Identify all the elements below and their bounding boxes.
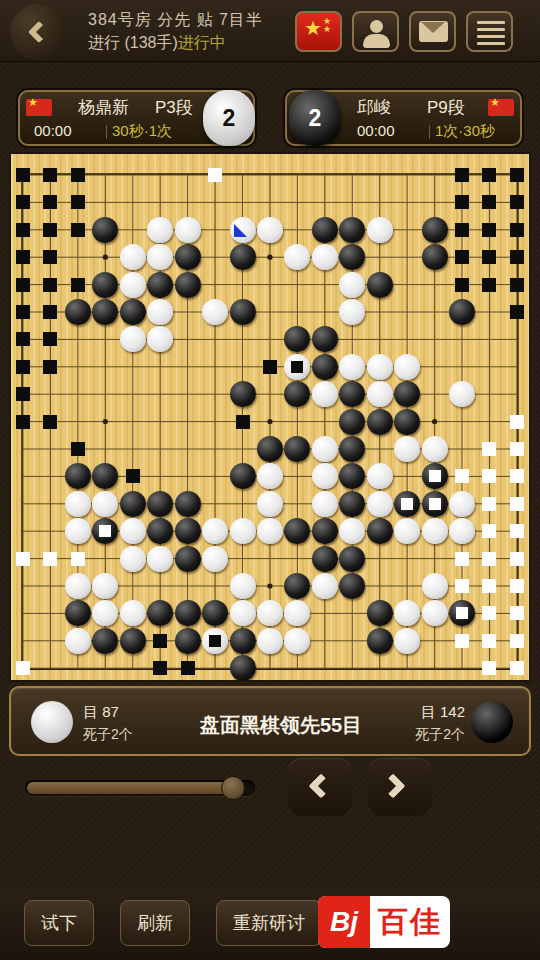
black-territory-marker [16, 250, 30, 264]
white-territory-marker [455, 634, 469, 648]
black-stone [230, 299, 256, 325]
white-stone [312, 491, 338, 517]
black-territory-marker [71, 278, 85, 292]
black-stone [422, 244, 448, 270]
black-territory-marker [482, 195, 496, 209]
white-stone [257, 518, 283, 544]
black-territory-marker [71, 168, 85, 182]
dead-stone-marker [456, 607, 468, 619]
black-territory-marker [43, 278, 57, 292]
white-stone [367, 491, 393, 517]
white-territory-marker [71, 552, 85, 566]
white-territory-marker [482, 497, 496, 511]
black-territory-marker [16, 278, 30, 292]
white-stone [449, 491, 475, 517]
white-stone [422, 436, 448, 462]
black-stone [367, 600, 393, 626]
black-territory-marker [153, 661, 167, 675]
try-move-button[interactable]: 试下 [24, 900, 94, 946]
black-stone [422, 217, 448, 243]
logo-word: 百佳 [370, 896, 450, 948]
black-territory-marker [455, 195, 469, 209]
black-player-rank: P9段 [427, 96, 465, 119]
white-territory-marker [510, 552, 524, 566]
white-territory-marker [482, 579, 496, 593]
prev-move-button[interactable] [288, 758, 352, 816]
black-territory-marker [43, 223, 57, 237]
black-territory-marker [510, 305, 524, 319]
black-stone [147, 272, 173, 298]
white-territory-marker [510, 442, 524, 456]
white-stone [367, 217, 393, 243]
white-territory-marker [482, 606, 496, 620]
move-navigation [0, 758, 540, 818]
black-territory-marker [510, 250, 524, 264]
black-territory-marker [16, 305, 30, 319]
black-stone [175, 518, 201, 544]
white-territory-marker [482, 661, 496, 675]
black-capture-badge: 2 [289, 90, 341, 146]
go-board[interactable] [9, 152, 531, 682]
black-territory-marker [482, 223, 496, 237]
black-stone [230, 381, 256, 407]
black-stone [339, 491, 365, 517]
black-stone [147, 491, 173, 517]
white-territory-marker [16, 552, 30, 566]
black-stone [339, 546, 365, 572]
white-territory-marker [510, 415, 524, 429]
black-stone-icon [471, 701, 513, 743]
black-player-time: 00:00 [357, 122, 395, 139]
black-territory-marker [71, 223, 85, 237]
white-stone [120, 326, 146, 352]
menu-icon [477, 21, 505, 49]
white-stone [339, 272, 365, 298]
room-title-block: 384号房 分先 贴 7目半 进行 (138手)进行中 [88, 8, 263, 54]
flag-button[interactable]: ★ ★★ [295, 11, 342, 52]
black-territory-marker [181, 661, 195, 675]
room-title: 384号房 分先 贴 7目半 [88, 8, 263, 31]
black-stone [120, 628, 146, 654]
refresh-button[interactable]: 刷新 [120, 900, 190, 946]
black-territory-marker [455, 278, 469, 292]
black-stone [367, 409, 393, 435]
white-stone [394, 628, 420, 654]
white-stone [202, 628, 228, 654]
white-stone [257, 491, 283, 517]
white-stone [312, 381, 338, 407]
black-territory-marker [16, 387, 30, 401]
white-stone-icon [31, 701, 73, 743]
white-player-flag-icon: ★ [26, 99, 52, 116]
black-stone [312, 217, 338, 243]
player-panel-white: ★ 杨鼎新 P3段 00:00 30秒·1次 2 [18, 90, 255, 146]
white-stone [230, 217, 256, 243]
white-territory-marker [482, 442, 496, 456]
black-dead-count: 死子2个 [399, 723, 465, 746]
back-icon [28, 21, 51, 44]
black-stone [367, 628, 393, 654]
top-bar: 384号房 分先 贴 7目半 进行 (138手)进行中 ★ ★★ [0, 0, 540, 62]
white-stone [230, 600, 256, 626]
black-territory-marker [16, 195, 30, 209]
black-stone [339, 217, 365, 243]
black-stone [120, 299, 146, 325]
white-stone [120, 272, 146, 298]
dead-stone-marker [429, 498, 441, 510]
white-stone [312, 573, 338, 599]
white-territory-marker [43, 552, 57, 566]
black-territory-marker [43, 250, 57, 264]
white-stone [120, 600, 146, 626]
white-player-rank: P3段 [155, 96, 193, 119]
black-territory-marker [43, 195, 57, 209]
white-stone [175, 217, 201, 243]
status-live: 进行中 [178, 34, 226, 51]
dead-stone-marker [401, 498, 413, 510]
black-stone [175, 546, 201, 572]
black-stone [312, 518, 338, 544]
black-stone [230, 655, 256, 681]
black-territory-marker [16, 223, 30, 237]
black-territory-marker [510, 278, 524, 292]
dead-stone-marker [291, 361, 303, 373]
white-territory-marker [455, 579, 469, 593]
black-player-name: 邱峻 [357, 96, 391, 119]
black-territory-marker [236, 415, 250, 429]
black-stone [175, 600, 201, 626]
white-stone [120, 518, 146, 544]
prev-icon [308, 773, 333, 798]
avatar-icon [370, 20, 383, 33]
black-territory-marker [43, 415, 57, 429]
white-territory-marker [510, 469, 524, 483]
white-stone [202, 299, 228, 325]
white-territory-marker [482, 524, 496, 538]
black-stone [230, 628, 256, 654]
menu-button[interactable] [466, 11, 513, 52]
black-territory-marker [455, 168, 469, 182]
black-stone [230, 244, 256, 270]
next-icon [380, 773, 405, 798]
white-stone [230, 518, 256, 544]
black-stone [422, 463, 448, 489]
white-stone [65, 628, 91, 654]
white-territory-marker [510, 524, 524, 538]
white-stone [65, 573, 91, 599]
black-stone [394, 409, 420, 435]
dead-stone-marker [429, 470, 441, 482]
last-move-triangle-icon [234, 224, 247, 237]
white-stone [339, 354, 365, 380]
black-stone [312, 546, 338, 572]
black-points: 目 142 [399, 700, 465, 723]
white-stone [147, 217, 173, 243]
white-stone [92, 491, 118, 517]
score-summary: 盘面黑棋领先55目 [121, 712, 441, 739]
white-stone [230, 573, 256, 599]
black-territory-marker [43, 168, 57, 182]
baijia-logo: Bj 百佳 [318, 896, 450, 948]
white-stone [65, 518, 91, 544]
white-territory-marker [455, 469, 469, 483]
white-player-byoyomi: 30秒·1次 [112, 122, 172, 141]
dead-stone-marker [209, 635, 221, 647]
black-stone [367, 518, 393, 544]
white-stone [284, 354, 310, 380]
white-stone [422, 600, 448, 626]
white-stone [147, 546, 173, 572]
white-stone [394, 354, 420, 380]
black-territory-marker [43, 305, 57, 319]
black-stone [65, 299, 91, 325]
black-territory-marker [43, 360, 57, 374]
white-stone [394, 436, 420, 462]
white-territory-marker [510, 579, 524, 593]
black-stone [230, 463, 256, 489]
white-stone [257, 628, 283, 654]
black-territory-marker [16, 360, 30, 374]
black-stone [92, 217, 118, 243]
black-territory-marker [510, 223, 524, 237]
black-player-byoyomi: 1次·30秒 [435, 122, 495, 141]
black-territory-marker [43, 332, 57, 346]
black-territory-marker [153, 634, 167, 648]
black-territory-marker [482, 250, 496, 264]
white-stone [120, 244, 146, 270]
black-territory-marker [16, 168, 30, 182]
black-territory-marker [71, 442, 85, 456]
mail-icon [419, 21, 448, 42]
mail-button[interactable] [409, 11, 456, 52]
player-panel-black: 邱峻 P9段 ★ 00:00 1次·30秒 2 [285, 90, 522, 146]
white-player-time: 00:00 [34, 122, 72, 139]
white-stone [147, 299, 173, 325]
black-stone [257, 436, 283, 462]
profile-button[interactable] [352, 11, 399, 52]
black-territory-marker [455, 250, 469, 264]
move-slider[interactable] [25, 780, 255, 796]
logo-mark: Bj [318, 896, 370, 948]
white-territory-marker [482, 469, 496, 483]
black-territory-marker [510, 168, 524, 182]
review-button[interactable]: 重新研讨 [216, 900, 322, 946]
black-stone [422, 491, 448, 517]
next-move-button[interactable] [368, 758, 432, 816]
white-territory-marker [510, 661, 524, 675]
black-player-flag-icon: ★ [488, 99, 514, 116]
black-stone [175, 244, 201, 270]
black-stone [120, 491, 146, 517]
white-stone [257, 217, 283, 243]
black-territory-marker [482, 278, 496, 292]
slider-knob[interactable] [221, 776, 245, 800]
back-button[interactable] [10, 4, 66, 60]
white-territory-marker [510, 606, 524, 620]
black-territory-marker [455, 223, 469, 237]
white-stone [202, 546, 228, 572]
white-territory-marker [510, 497, 524, 511]
black-stone [175, 272, 201, 298]
dead-stone-marker [99, 525, 111, 537]
china-flag-icon: ★ [304, 16, 322, 40]
black-stone [92, 272, 118, 298]
white-stone [312, 244, 338, 270]
white-stone [120, 546, 146, 572]
score-panel: 目 87 死子2个 盘面黑棋领先55目 目 142 死子2个 [9, 686, 531, 756]
white-stone [422, 573, 448, 599]
white-stone [367, 354, 393, 380]
white-stone [367, 381, 393, 407]
white-territory-marker [455, 552, 469, 566]
black-territory-marker [263, 360, 277, 374]
white-stone [312, 436, 338, 462]
black-territory-marker [482, 168, 496, 182]
bottom-toolbar: 试下 刷新 重新研讨 Bj 百佳 [0, 888, 540, 960]
black-stone [175, 491, 201, 517]
black-territory-marker [71, 195, 85, 209]
black-territory-marker [510, 195, 524, 209]
white-stone [367, 463, 393, 489]
black-stone [394, 491, 420, 517]
white-territory-marker [482, 552, 496, 566]
game-status: 进行 (138手)进行中 [88, 31, 263, 54]
black-stone [312, 354, 338, 380]
white-territory-marker [482, 634, 496, 648]
status-prefix: 进行 (138手) [88, 34, 178, 51]
white-stone [422, 518, 448, 544]
black-stone [449, 299, 475, 325]
white-territory-marker [510, 634, 524, 648]
white-territory-marker [208, 168, 222, 182]
white-stone [65, 491, 91, 517]
black-stone [92, 628, 118, 654]
black-stone [175, 628, 201, 654]
black-territory-marker [16, 332, 30, 346]
white-capture-badge: 2 [203, 90, 255, 146]
white-territory-marker [16, 661, 30, 675]
white-player-name: 杨鼎新 [78, 96, 129, 119]
black-territory-marker [126, 469, 140, 483]
white-stone [284, 628, 310, 654]
black-stone [339, 409, 365, 435]
black-stone [367, 272, 393, 298]
black-territory-marker [16, 415, 30, 429]
